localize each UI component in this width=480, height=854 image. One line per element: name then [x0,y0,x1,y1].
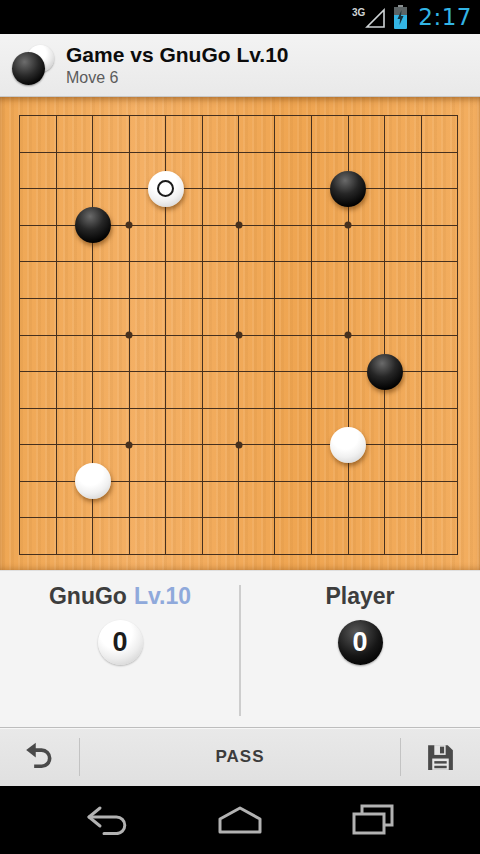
home-button[interactable] [195,806,285,834]
signal-strength-icon: 3G [352,5,387,29]
grid-line-horizontal [19,517,458,518]
save-icon [424,741,457,774]
white-stone [330,427,366,463]
header: Game vs GnuGo Lv.10 Move 6 [0,34,480,97]
grid-line-vertical [274,115,275,555]
undo-button[interactable] [0,728,79,786]
star-point [126,441,133,448]
network-type-label: 3G [352,7,365,18]
save-button[interactable] [401,728,480,786]
star-point [345,222,352,229]
last-move-marker [157,180,174,197]
star-point [345,332,352,339]
grid-line-vertical [457,115,458,555]
go-board[interactable] [0,97,480,570]
star-point [235,332,242,339]
player-name-label: Player [325,583,394,610]
player-captures-badge: 0 [338,620,383,665]
black-stone [367,354,403,390]
scoreboard: GnuGoLv.10 0 Player 0 [0,570,480,727]
android-nav-bar [0,786,480,854]
white-stone [148,171,184,207]
go-board-grid[interactable] [19,115,458,555]
back-button[interactable] [62,805,152,835]
pass-button[interactable]: PASS [80,728,400,786]
grid-line-vertical [384,115,385,555]
gnugo-level-label: Lv.10 [134,583,191,609]
star-point [235,441,242,448]
app-screen: 3G 2:17 Game vs GnuGo Lv.10 Move 6 [0,0,480,854]
grid-line-horizontal [19,554,458,555]
back-icon [84,805,130,835]
white-stone [75,463,111,499]
action-toolbar: PASS [0,727,480,786]
score-divider [239,585,241,716]
grid-line-vertical [421,115,422,555]
signal-triangle-icon [365,5,387,29]
home-icon [215,806,265,834]
star-point [235,222,242,229]
undo-icon [23,741,57,773]
move-counter: Move 6 [66,68,289,88]
recent-apps-icon [350,803,396,837]
player-score-panel: Player 0 [240,571,480,727]
pass-button-label: PASS [215,747,264,767]
star-point [126,332,133,339]
grid-line-vertical [311,115,312,555]
star-point [126,222,133,229]
gnugo-name: GnuGo [49,583,127,609]
gnugo-name-label: GnuGoLv.10 [49,583,191,610]
recent-apps-button[interactable] [328,803,418,837]
black-stone [330,171,366,207]
page-title: Game vs GnuGo Lv.10 [66,42,289,68]
black-stone [75,207,111,243]
status-bar: 3G 2:17 [0,0,480,34]
black-stone-logo-part [12,52,45,85]
clock: 2:17 [418,4,472,30]
gnugo-score-panel: GnuGoLv.10 0 [0,571,240,727]
gnugo-captures-badge: 0 [98,620,143,665]
go-stones-icon [10,42,56,88]
battery-charging-icon [393,5,408,30]
grid-line-horizontal [19,408,458,409]
